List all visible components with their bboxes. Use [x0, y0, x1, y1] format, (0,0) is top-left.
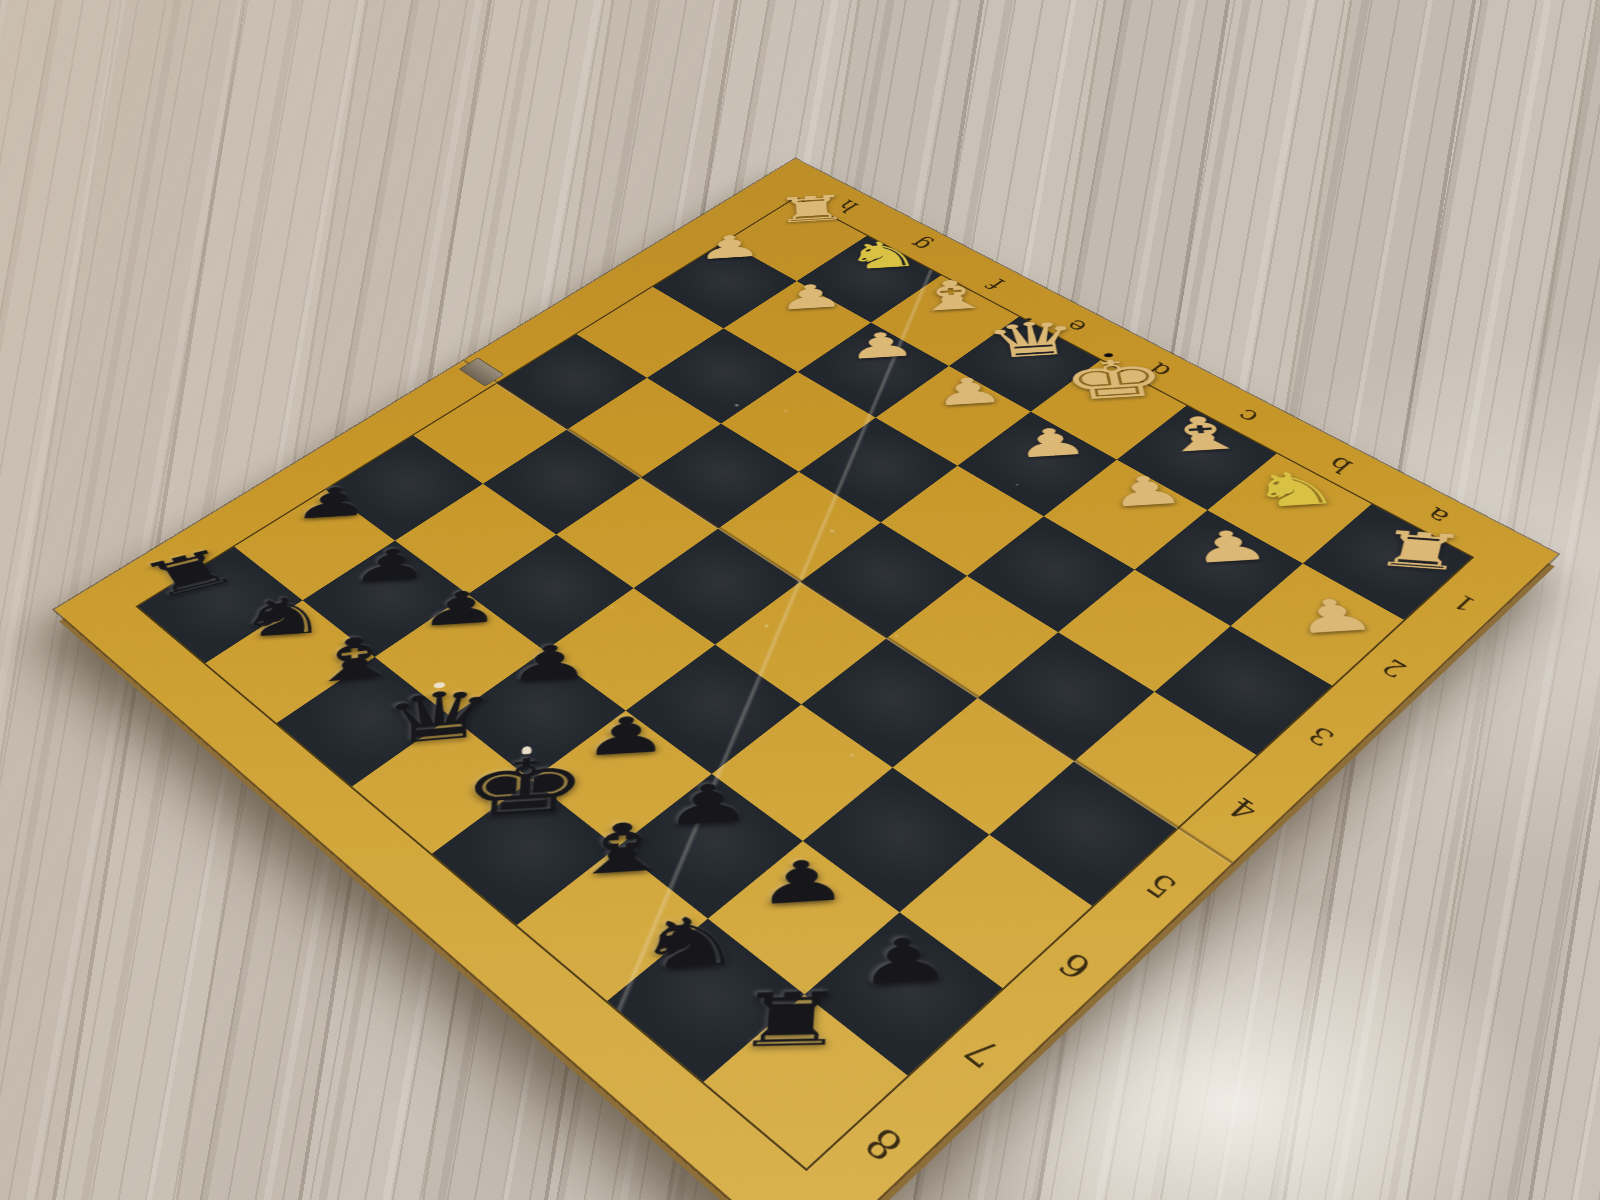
rank-label-1: 1: [1449, 591, 1481, 615]
chess-board[interactable]: hgfedcba12345678 ♜♞♝♚♛♝♞♜♟♟♟♟♟♟♟♟♜♞♝♛♚♝♞…: [55, 159, 1558, 1200]
piece-wP-h2[interactable]: ♟: [696, 230, 764, 265]
piece-wN-g1[interactable]: ♞: [842, 235, 924, 276]
finial-dark: [1104, 353, 1114, 357]
piece-wP-e2[interactable]: ♟: [930, 372, 1008, 412]
piece-bP-g7[interactable]: ♟: [348, 542, 434, 590]
rank-label-7: 7: [959, 1031, 1008, 1073]
rank-label-2: 2: [1378, 654, 1412, 680]
rank-label-5: 5: [1141, 868, 1183, 903]
hinge: [459, 357, 505, 386]
floor: hgfedcba12345678 ♜♞♝♚♛♝♞♜♟♟♟♟♟♟♟♟♜♞♝♛♚♝♞…: [0, 0, 1600, 1200]
piece-wP-c2[interactable]: ♟: [1104, 469, 1189, 513]
piece-wP-g2[interactable]: ♟: [776, 279, 847, 315]
board-grid: [138, 198, 1472, 1168]
rank-label-4: 4: [1224, 793, 1264, 824]
piece-wP-d2[interactable]: ♟: [1011, 422, 1092, 464]
piece-bP-h7[interactable]: ♟: [290, 480, 375, 525]
piece-wP-f2[interactable]: ♟: [845, 327, 919, 365]
piece-wN-b1[interactable]: ♞: [1243, 464, 1345, 515]
rank-label-8: 8: [859, 1120, 911, 1166]
rank-label-3: 3: [1303, 722, 1340, 751]
piece-wB-f1[interactable]: ♝: [907, 273, 998, 318]
piece-wR-h1[interactable]: ♜: [773, 190, 852, 229]
finial-hole: [1025, 318, 1032, 321]
piece-wK-d1[interactable]: ♚: [1057, 351, 1174, 409]
piece-wB-c1[interactable]: ♝: [1151, 409, 1254, 460]
rank-label-6: 6: [1052, 947, 1098, 985]
